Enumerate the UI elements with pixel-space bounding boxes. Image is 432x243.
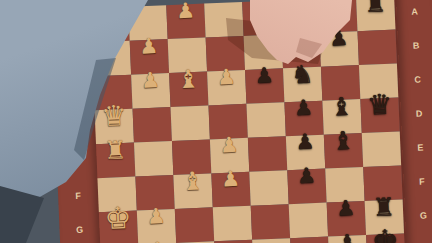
piece-white-p-c2[interactable]: ♟ [141, 70, 161, 92]
piece-black-n-c6[interactable]: ♞ [291, 62, 314, 88]
square-e5[interactable] [248, 136, 287, 172]
file-label-right-g: G [405, 210, 432, 221]
piece-white-p-b2[interactable]: ♟ [139, 36, 159, 58]
file-label-right-f: F [404, 176, 432, 187]
piece-white-k-g1[interactable]: ♚ [104, 203, 132, 234]
square-d5[interactable] [246, 102, 285, 138]
square-h6[interactable] [290, 237, 329, 243]
piece-black-k-h8[interactable]: ♚ [371, 226, 399, 243]
square-d3[interactable] [171, 105, 210, 141]
piece-black-p-e6[interactable]: ♟ [295, 132, 315, 154]
piece-black-p-f6[interactable]: ♟ [297, 166, 317, 188]
piece-white-p-a3[interactable]: ♟ [176, 0, 196, 22]
square-f5[interactable] [249, 170, 288, 206]
square-e8[interactable] [362, 131, 401, 167]
piece-white-p-e4[interactable]: ♟ [219, 135, 239, 157]
file-label-right-c: C [399, 74, 432, 85]
piece-white-r-e1[interactable]: ♜ [104, 137, 127, 163]
piece-white-p-c4[interactable]: ♟ [216, 67, 236, 89]
piece-black-b-d7[interactable]: ♝ [330, 94, 353, 120]
piece-black-b-e7[interactable]: ♝ [331, 128, 354, 154]
square-e2[interactable] [134, 141, 173, 177]
piece-white-b-c3[interactable]: ♝ [177, 66, 200, 92]
file-label-right-a: A [397, 6, 432, 17]
piece-black-p-h7[interactable]: ♟ [338, 232, 358, 243]
piece-black-p-g7[interactable]: ♟ [336, 198, 356, 220]
square-g6[interactable] [289, 203, 328, 239]
photo-stage: ABCDEFGH ABCDEFGH ♜♛♜♚♟♟♟♟♟♝♝♟♟♟♟♞♟♟♟♟♟♝… [0, 0, 432, 243]
piece-black-r-a8[interactable]: ♜ [364, 0, 387, 16]
square-g3[interactable] [175, 207, 214, 243]
piece-black-p-d6[interactable]: ♟ [294, 98, 314, 120]
piece-black-q-d8[interactable]: ♛ [366, 91, 392, 120]
piece-white-q-d1[interactable]: ♛ [101, 102, 127, 131]
piece-black-p-c5[interactable]: ♟ [254, 65, 274, 87]
file-label-right-b: B [398, 40, 432, 51]
piece-white-p-g2[interactable]: ♟ [146, 206, 166, 228]
square-h5[interactable] [252, 238, 291, 243]
square-d2[interactable] [133, 107, 172, 143]
file-label-left-f: F [58, 190, 98, 202]
piece-white-p-f4[interactable]: ♟ [221, 169, 241, 191]
file-label-left-g: G [59, 224, 99, 236]
piece-black-r-g8[interactable]: ♜ [372, 194, 395, 220]
square-g5[interactable] [251, 204, 290, 240]
square-b8[interactable] [357, 30, 396, 66]
piece-white-b-f3[interactable]: ♝ [181, 168, 204, 194]
file-label-right-d: D [401, 108, 432, 119]
square-g4[interactable] [213, 206, 252, 242]
file-label-right-e: E [402, 142, 432, 153]
